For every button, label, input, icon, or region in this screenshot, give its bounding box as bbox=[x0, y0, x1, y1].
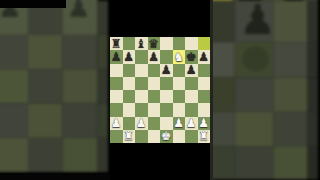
backdrop-big-pawn-icon: ♟ bbox=[239, 0, 276, 40]
square-a7[interactable]: ♟ bbox=[110, 50, 123, 63]
square-f2[interactable]: ♟ bbox=[173, 117, 186, 130]
backdrop-left: ♟ ♟ bbox=[0, 0, 110, 180]
square-e4[interactable] bbox=[160, 90, 173, 103]
square-e1[interactable]: ♚ bbox=[160, 130, 173, 143]
square-f1[interactable] bbox=[173, 130, 186, 143]
square-h3[interactable] bbox=[198, 103, 211, 116]
piece-bP-d7: ♟ bbox=[148, 51, 159, 63]
square-f8[interactable] bbox=[173, 37, 186, 50]
piece-wR-b1: ♜ bbox=[123, 130, 134, 142]
square-c5[interactable] bbox=[135, 77, 148, 90]
square-e3[interactable] bbox=[160, 103, 173, 116]
square-b1[interactable]: ♜ bbox=[123, 130, 136, 143]
piece-wP-c2: ♟ bbox=[136, 117, 147, 129]
square-g7[interactable]: ♚ bbox=[185, 50, 198, 63]
piece-bB-c8: ♝ bbox=[136, 38, 147, 50]
square-h5[interactable] bbox=[198, 77, 211, 90]
square-h6[interactable] bbox=[198, 64, 211, 77]
piece-bP-b7: ♟ bbox=[123, 51, 134, 63]
square-c1[interactable] bbox=[135, 130, 148, 143]
square-e8[interactable] bbox=[160, 37, 173, 50]
piece-bP-h7: ♟ bbox=[198, 51, 209, 63]
square-b2[interactable] bbox=[123, 117, 136, 130]
square-g8[interactable] bbox=[185, 37, 198, 50]
square-c4[interactable] bbox=[135, 90, 148, 103]
square-c7[interactable] bbox=[135, 50, 148, 63]
square-e2[interactable] bbox=[160, 117, 173, 130]
square-a5[interactable] bbox=[110, 77, 123, 90]
piece-bP-a7: ♟ bbox=[111, 51, 122, 63]
video-frame: ♟ ♟ bbox=[0, 0, 320, 180]
square-d5[interactable] bbox=[148, 77, 161, 90]
piece-wR-h1: ♜ bbox=[198, 130, 209, 142]
square-h8[interactable] bbox=[198, 37, 211, 50]
square-g1[interactable] bbox=[185, 130, 198, 143]
square-b7[interactable]: ♟ bbox=[123, 50, 136, 63]
square-a6[interactable] bbox=[110, 64, 123, 77]
square-e6[interactable]: ♟ bbox=[160, 64, 173, 77]
square-c2[interactable]: ♟ bbox=[135, 117, 148, 130]
square-e7[interactable] bbox=[160, 50, 173, 63]
piece-bK-g7: ♚ bbox=[186, 51, 197, 63]
board-right-gap bbox=[210, 0, 213, 180]
piece-bR-a8: ♜ bbox=[111, 38, 122, 50]
piece-wP-a2: ♟ bbox=[111, 117, 122, 129]
square-a8[interactable]: ♜ bbox=[110, 37, 123, 50]
square-h2[interactable]: ♟ bbox=[198, 117, 211, 130]
square-e5[interactable] bbox=[160, 77, 173, 90]
square-b8[interactable] bbox=[123, 37, 136, 50]
square-g5[interactable] bbox=[185, 77, 198, 90]
square-d8[interactable]: ♛ bbox=[148, 37, 161, 50]
piece-bP-e6: ♟ bbox=[161, 64, 172, 76]
square-f4[interactable] bbox=[173, 90, 186, 103]
square-h1[interactable]: ♜ bbox=[198, 130, 211, 143]
chess-board[interactable]: ♜♝♛♟♟♟♞♚♟♟♟♟♟♟♟♟♜♚♜ bbox=[110, 37, 210, 143]
square-d6[interactable] bbox=[148, 64, 161, 77]
square-g6[interactable]: ♟ bbox=[185, 64, 198, 77]
square-g2[interactable]: ♟ bbox=[185, 117, 198, 130]
bottom-letterbox-bar bbox=[0, 173, 110, 180]
bottom-black-bar bbox=[110, 143, 210, 180]
square-d1[interactable] bbox=[148, 130, 161, 143]
square-f6[interactable] bbox=[173, 64, 186, 77]
piece-wP-h2: ♟ bbox=[198, 117, 209, 129]
square-a1[interactable] bbox=[110, 130, 123, 143]
piece-wK-e1: ♚ bbox=[161, 130, 172, 142]
square-b4[interactable] bbox=[123, 90, 136, 103]
top-letterbox-bar bbox=[0, 0, 66, 8]
square-c6[interactable] bbox=[135, 64, 148, 77]
top-black-bar bbox=[110, 0, 210, 37]
square-b3[interactable] bbox=[123, 103, 136, 116]
square-d3[interactable] bbox=[148, 103, 161, 116]
backdrop-pawn-icon: ♟ bbox=[66, 0, 90, 21]
square-b5[interactable] bbox=[123, 77, 136, 90]
square-d4[interactable] bbox=[148, 90, 161, 103]
square-g4[interactable] bbox=[185, 90, 198, 103]
square-f5[interactable] bbox=[173, 77, 186, 90]
square-a2[interactable]: ♟ bbox=[110, 117, 123, 130]
piece-bP-g6: ♟ bbox=[186, 64, 197, 76]
square-b6[interactable] bbox=[123, 64, 136, 77]
square-c8[interactable]: ♝ bbox=[135, 37, 148, 50]
backdrop-right-board: ♟ bbox=[213, 0, 320, 180]
square-h7[interactable]: ♟ bbox=[198, 50, 211, 63]
backdrop-right: ♟ bbox=[213, 0, 320, 180]
square-a3[interactable] bbox=[110, 103, 123, 116]
backdrop-left-board: ♟ ♟ bbox=[0, 0, 110, 180]
piece-bQ-d8: ♛ bbox=[148, 38, 159, 50]
square-g3[interactable] bbox=[185, 103, 198, 116]
square-f7[interactable]: ♞ bbox=[173, 50, 186, 63]
square-f3[interactable] bbox=[173, 103, 186, 116]
square-d7[interactable]: ♟ bbox=[148, 50, 161, 63]
backdrop-piece-shadow bbox=[242, 46, 269, 71]
square-a4[interactable] bbox=[110, 90, 123, 103]
piece-wN-f7: ♞ bbox=[173, 51, 184, 63]
piece-wP-g2: ♟ bbox=[186, 117, 197, 129]
square-h4[interactable] bbox=[198, 90, 211, 103]
piece-wP-f2: ♟ bbox=[173, 117, 184, 129]
square-d2[interactable] bbox=[148, 117, 161, 130]
square-c3[interactable] bbox=[135, 103, 148, 116]
